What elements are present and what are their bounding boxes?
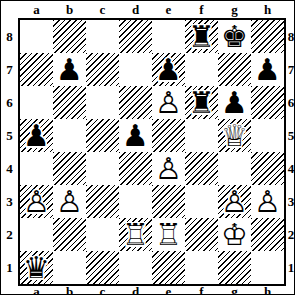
file-labels-top: abcdefgh xyxy=(20,1,284,18)
file-label-g: g xyxy=(218,287,251,295)
file-label-f: f xyxy=(185,1,218,18)
file-label-e: e xyxy=(152,287,185,295)
piece-black-pawn: ♟ xyxy=(20,119,53,152)
square-e6[interactable]: ♟♙ xyxy=(152,86,185,119)
square-b7[interactable]: ♟♟ xyxy=(53,53,86,86)
square-d2[interactable]: ♜♖ xyxy=(119,218,152,251)
square-h3[interactable]: ♟♙ xyxy=(251,185,284,218)
piece-fill-mask: ♜ xyxy=(185,20,218,53)
piece-black-queen: ♛ xyxy=(20,251,53,284)
square-d1[interactable] xyxy=(119,251,152,284)
square-h5[interactable] xyxy=(251,119,284,152)
square-d4[interactable] xyxy=(119,152,152,185)
piece-fill-mask: ♟ xyxy=(53,53,86,86)
file-labels-bottom: abcdefgh xyxy=(20,287,284,295)
rank-label-6: 6 xyxy=(287,86,295,119)
file-label-c: c xyxy=(86,287,119,295)
square-a7[interactable] xyxy=(20,53,53,86)
square-e1[interactable] xyxy=(152,251,185,284)
square-d8[interactable] xyxy=(119,20,152,53)
piece-black-pawn: ♟ xyxy=(53,53,86,86)
rank-label-3: 3 xyxy=(287,185,295,218)
file-label-e: e xyxy=(152,1,185,18)
piece-fill-mask: ♟ xyxy=(251,185,284,218)
file-label-f: f xyxy=(185,287,218,295)
square-c2[interactable] xyxy=(86,218,119,251)
piece-fill-mask: ♜ xyxy=(152,218,185,251)
square-g7[interactable] xyxy=(218,53,251,86)
piece-fill-mask: ♜ xyxy=(185,86,218,119)
square-b1[interactable] xyxy=(53,251,86,284)
piece-white-pawn: ♙ xyxy=(53,185,86,218)
square-b6[interactable] xyxy=(53,86,86,119)
rank-label-5: 5 xyxy=(287,119,295,152)
piece-fill-mask: ♟ xyxy=(251,53,284,86)
square-a5[interactable]: ♟♟ xyxy=(20,119,53,152)
rank-label-7: 7 xyxy=(1,53,18,86)
rank-label-1: 1 xyxy=(287,251,295,284)
piece-fill-mask: ♚ xyxy=(218,20,251,53)
square-a4[interactable] xyxy=(20,152,53,185)
rank-label-2: 2 xyxy=(1,218,18,251)
square-f6[interactable]: ♜♜ xyxy=(185,86,218,119)
square-g1[interactable] xyxy=(218,251,251,284)
piece-fill-mask: ♟ xyxy=(53,185,86,218)
square-f1[interactable] xyxy=(185,251,218,284)
piece-fill-mask: ♜ xyxy=(119,218,152,251)
square-d6[interactable] xyxy=(119,86,152,119)
square-b3[interactable]: ♟♙ xyxy=(53,185,86,218)
chessboard: ♜♜♚♚♟♟♟♟♟♟♟♙♜♜♟♟♟♟♟♟♛♕♟♙♟♙♟♙♟♙♟♙♜♖♜♖♚♔♛♛ xyxy=(18,18,286,286)
piece-fill-mask: ♛ xyxy=(20,251,53,284)
piece-fill-mask: ♟ xyxy=(119,119,152,152)
square-e8[interactable] xyxy=(152,20,185,53)
square-e7[interactable]: ♟♟ xyxy=(152,53,185,86)
square-f4[interactable] xyxy=(185,152,218,185)
piece-white-pawn: ♙ xyxy=(218,185,251,218)
piece-fill-mask: ♟ xyxy=(218,185,251,218)
square-d5[interactable]: ♟♟ xyxy=(119,119,152,152)
file-label-a: a xyxy=(20,287,53,295)
square-c3[interactable] xyxy=(86,185,119,218)
piece-fill-mask: ♛ xyxy=(218,119,251,152)
square-e3[interactable] xyxy=(152,185,185,218)
square-h4[interactable] xyxy=(251,152,284,185)
piece-white-pawn: ♙ xyxy=(251,185,284,218)
square-b5[interactable] xyxy=(53,119,86,152)
square-c8[interactable] xyxy=(86,20,119,53)
file-label-h: h xyxy=(251,1,284,18)
file-label-d: d xyxy=(119,1,152,18)
file-label-g: g xyxy=(218,1,251,18)
square-f2[interactable] xyxy=(185,218,218,251)
file-label-b: b xyxy=(53,1,86,18)
rank-label-3: 3 xyxy=(1,185,18,218)
square-g5[interactable]: ♛♕ xyxy=(218,119,251,152)
square-h8[interactable] xyxy=(251,20,284,53)
piece-white-rook: ♖ xyxy=(152,218,185,251)
rank-labels-left: 87654321 xyxy=(1,20,18,284)
square-g3[interactable]: ♟♙ xyxy=(218,185,251,218)
square-e2[interactable]: ♜♖ xyxy=(152,218,185,251)
file-label-h: h xyxy=(251,287,284,295)
square-e5[interactable] xyxy=(152,119,185,152)
square-e4[interactable]: ♟♙ xyxy=(152,152,185,185)
square-f8[interactable]: ♜♜ xyxy=(185,20,218,53)
square-h2[interactable] xyxy=(251,218,284,251)
rank-label-8: 8 xyxy=(1,20,18,53)
square-b2[interactable] xyxy=(53,218,86,251)
piece-black-pawn: ♟ xyxy=(119,119,152,152)
piece-white-pawn: ♙ xyxy=(152,86,185,119)
piece-white-king: ♔ xyxy=(218,218,251,251)
file-label-c: c xyxy=(86,1,119,18)
square-g2[interactable]: ♚♔ xyxy=(218,218,251,251)
chess-diagram: abcdefgh 87654321 ♜♜♚♚♟♟♟♟♟♟♟♙♜♜♟♟♟♟♟♟♛♕… xyxy=(0,0,295,295)
piece-black-pawn: ♟ xyxy=(152,53,185,86)
square-a3[interactable]: ♟♙ xyxy=(20,185,53,218)
piece-black-pawn: ♟ xyxy=(218,86,251,119)
rank-label-6: 6 xyxy=(1,86,18,119)
rank-label-7: 7 xyxy=(287,53,295,86)
piece-fill-mask: ♟ xyxy=(20,119,53,152)
square-b8[interactable] xyxy=(53,20,86,53)
square-d7[interactable] xyxy=(119,53,152,86)
piece-black-rook: ♜ xyxy=(185,86,218,119)
piece-fill-mask: ♚ xyxy=(218,218,251,251)
piece-fill-mask: ♟ xyxy=(152,53,185,86)
square-f3[interactable] xyxy=(185,185,218,218)
piece-white-queen: ♕ xyxy=(218,119,251,152)
square-a2[interactable] xyxy=(20,218,53,251)
square-d3[interactable] xyxy=(119,185,152,218)
piece-fill-mask: ♟ xyxy=(218,86,251,119)
file-label-a: a xyxy=(20,1,53,18)
rank-label-2: 2 xyxy=(287,218,295,251)
square-c6[interactable] xyxy=(86,86,119,119)
square-g6[interactable]: ♟♟ xyxy=(218,86,251,119)
square-a8[interactable] xyxy=(20,20,53,53)
piece-fill-mask: ♟ xyxy=(152,86,185,119)
square-b4[interactable] xyxy=(53,152,86,185)
piece-black-rook: ♜ xyxy=(185,20,218,53)
piece-white-rook: ♖ xyxy=(119,218,152,251)
square-g4[interactable] xyxy=(218,152,251,185)
rank-label-1: 1 xyxy=(1,251,18,284)
square-f5[interactable] xyxy=(185,119,218,152)
square-a6[interactable] xyxy=(20,86,53,119)
square-c5[interactable] xyxy=(86,119,119,152)
square-c1[interactable] xyxy=(86,251,119,284)
piece-black-pawn: ♟ xyxy=(251,53,284,86)
square-c4[interactable] xyxy=(86,152,119,185)
rank-label-8: 8 xyxy=(287,20,295,53)
piece-white-pawn: ♙ xyxy=(20,185,53,218)
square-g8[interactable]: ♚♚ xyxy=(218,20,251,53)
rank-labels-right: 87654321 xyxy=(287,20,295,284)
square-h6[interactable] xyxy=(251,86,284,119)
rank-label-5: 5 xyxy=(1,119,18,152)
piece-fill-mask: ♟ xyxy=(20,185,53,218)
piece-white-pawn: ♙ xyxy=(152,152,185,185)
square-a1[interactable]: ♛♛ xyxy=(20,251,53,284)
file-label-b: b xyxy=(53,287,86,295)
square-f7[interactable] xyxy=(185,53,218,86)
square-c7[interactable] xyxy=(86,53,119,86)
file-label-d: d xyxy=(119,287,152,295)
square-h7[interactable]: ♟♟ xyxy=(251,53,284,86)
piece-black-king: ♚ xyxy=(218,20,251,53)
square-h1[interactable] xyxy=(251,251,284,284)
rank-label-4: 4 xyxy=(287,152,295,185)
rank-label-4: 4 xyxy=(1,152,18,185)
piece-fill-mask: ♟ xyxy=(152,152,185,185)
